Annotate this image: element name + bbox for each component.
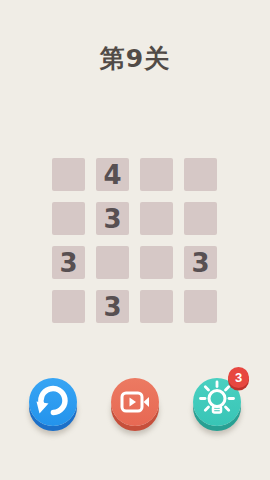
cell-r4c1[interactable] <box>52 290 85 323</box>
cell-r4c4[interactable] <box>184 290 217 323</box>
cell-r1c1[interactable] <box>52 158 85 191</box>
video-button[interactable] <box>111 378 159 426</box>
video-camera-icon <box>111 378 159 426</box>
cell-r3c3[interactable] <box>140 246 173 279</box>
cell-r3c4[interactable]: 3 <box>184 246 217 279</box>
undo-icon <box>29 378 77 426</box>
level-title: 第9关 <box>0 42 270 75</box>
cell-r3c2[interactable] <box>96 246 129 279</box>
puzzle-board: 4 3 3 3 3 <box>52 158 217 323</box>
undo-button[interactable] <box>29 378 77 426</box>
cell-r2c1[interactable] <box>52 202 85 235</box>
cell-r4c2[interactable]: 3 <box>96 290 129 323</box>
cell-r1c2[interactable]: 4 <box>96 158 129 191</box>
hint-count-badge: 3 <box>228 367 249 388</box>
cell-r4c3[interactable] <box>140 290 173 323</box>
cell-r2c4[interactable] <box>184 202 217 235</box>
cell-r3c1[interactable]: 3 <box>52 246 85 279</box>
bottom-toolbar: 3 <box>0 378 270 426</box>
cell-r2c2[interactable]: 3 <box>96 202 129 235</box>
cell-r2c3[interactable] <box>140 202 173 235</box>
cell-r1c4[interactable] <box>184 158 217 191</box>
cell-r1c3[interactable] <box>140 158 173 191</box>
hint-button[interactable]: 3 <box>193 378 241 426</box>
